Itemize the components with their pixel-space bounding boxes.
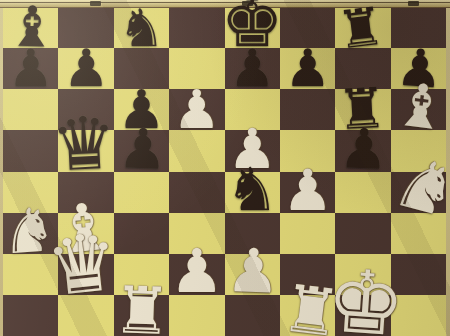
square-g4 bbox=[335, 172, 390, 213]
square-d5 bbox=[169, 130, 224, 171]
square-d8 bbox=[169, 7, 224, 48]
square-c5 bbox=[114, 130, 169, 171]
square-c6 bbox=[114, 89, 169, 130]
square-b7 bbox=[58, 48, 113, 89]
square-b2 bbox=[58, 254, 113, 295]
square-f3 bbox=[280, 213, 335, 254]
square-d3 bbox=[169, 213, 224, 254]
square-d7 bbox=[169, 48, 224, 89]
frame-hinge-1 bbox=[90, 1, 101, 6]
frame-edge-line bbox=[0, 2, 450, 3]
square-g6 bbox=[335, 89, 390, 130]
square-d4 bbox=[169, 172, 224, 213]
square-f2 bbox=[280, 254, 335, 295]
square-a6 bbox=[3, 89, 58, 130]
square-c2 bbox=[114, 254, 169, 295]
square-c8 bbox=[114, 7, 169, 48]
square-f5 bbox=[280, 130, 335, 171]
board-photo: ♝♞♚♜♟♟♟♟♟♟♟♜♝♛♟♟♟♞♟♞♞♝♛♟♟♜♜♚ bbox=[0, 0, 450, 336]
square-e3 bbox=[225, 213, 280, 254]
square-b6 bbox=[58, 89, 113, 130]
board-frame-left bbox=[0, 7, 3, 336]
square-b3 bbox=[58, 213, 113, 254]
square-b1 bbox=[58, 295, 113, 336]
square-d1 bbox=[169, 295, 224, 336]
square-e2 bbox=[225, 254, 280, 295]
square-h7 bbox=[391, 48, 446, 89]
square-f1 bbox=[280, 295, 335, 336]
square-c4 bbox=[114, 172, 169, 213]
square-g5 bbox=[335, 130, 390, 171]
board-frame-right bbox=[446, 7, 450, 336]
square-d2 bbox=[169, 254, 224, 295]
board-frame-top bbox=[0, 0, 450, 8]
square-b8 bbox=[58, 7, 113, 48]
frame-hinge-2 bbox=[242, 1, 253, 6]
square-e5 bbox=[225, 130, 280, 171]
square-g8 bbox=[335, 7, 390, 48]
square-g1 bbox=[335, 295, 390, 336]
square-b4 bbox=[58, 172, 113, 213]
square-e6 bbox=[225, 89, 280, 130]
frame-hinge-3 bbox=[408, 1, 419, 6]
square-h1 bbox=[391, 295, 446, 336]
square-e4 bbox=[225, 172, 280, 213]
square-h3 bbox=[391, 213, 446, 254]
chess-board bbox=[3, 7, 446, 336]
square-d6 bbox=[169, 89, 224, 130]
square-h5 bbox=[391, 130, 446, 171]
square-e1 bbox=[225, 295, 280, 336]
square-a4 bbox=[3, 172, 58, 213]
square-a7 bbox=[3, 48, 58, 89]
square-e7 bbox=[225, 48, 280, 89]
square-a8 bbox=[3, 7, 58, 48]
square-f4 bbox=[280, 172, 335, 213]
square-f8 bbox=[280, 7, 335, 48]
square-h8 bbox=[391, 7, 446, 48]
square-c7 bbox=[114, 48, 169, 89]
square-f6 bbox=[280, 89, 335, 130]
square-c3 bbox=[114, 213, 169, 254]
square-c1 bbox=[114, 295, 169, 336]
square-a3 bbox=[3, 213, 58, 254]
square-h2 bbox=[391, 254, 446, 295]
square-a1 bbox=[3, 295, 58, 336]
square-g7 bbox=[335, 48, 390, 89]
square-g3 bbox=[335, 213, 390, 254]
square-g2 bbox=[335, 254, 390, 295]
square-f7 bbox=[280, 48, 335, 89]
square-a5 bbox=[3, 130, 58, 171]
square-e8 bbox=[225, 7, 280, 48]
square-a2 bbox=[3, 254, 58, 295]
square-h4 bbox=[391, 172, 446, 213]
square-h6 bbox=[391, 89, 446, 130]
square-b5 bbox=[58, 130, 113, 171]
